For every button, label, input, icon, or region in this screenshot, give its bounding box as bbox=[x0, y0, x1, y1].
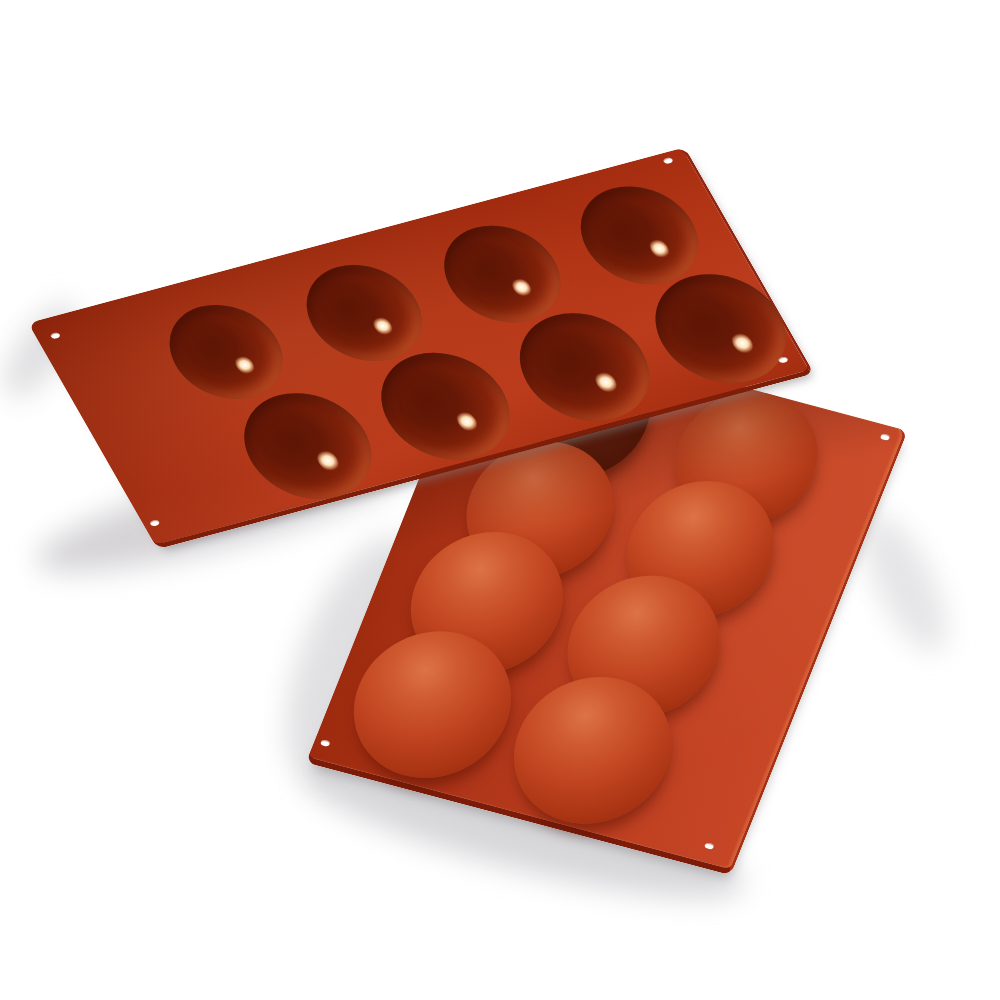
corner-hanging-hole-1 bbox=[49, 332, 61, 340]
corner-hanging-hole-4 bbox=[320, 739, 331, 747]
corner-hanging-hole-4 bbox=[149, 520, 161, 528]
cavity-1 bbox=[150, 293, 302, 410]
corner-hanging-hole-2 bbox=[880, 433, 891, 441]
corner-hanging-hole-3 bbox=[778, 356, 790, 364]
corner-hanging-hole-3 bbox=[704, 842, 715, 850]
specular-highlight bbox=[728, 331, 757, 355]
specular-highlight bbox=[453, 409, 481, 433]
specular-highlight bbox=[508, 277, 534, 299]
specular-highlight bbox=[646, 238, 672, 260]
specular-highlight bbox=[232, 354, 257, 375]
specular-highlight bbox=[314, 449, 342, 473]
specular-highlight bbox=[371, 315, 396, 337]
corner-hanging-hole-2 bbox=[662, 157, 674, 165]
cavity-5 bbox=[222, 380, 393, 512]
product-photo bbox=[0, 0, 1000, 1000]
specular-highlight bbox=[592, 370, 620, 394]
